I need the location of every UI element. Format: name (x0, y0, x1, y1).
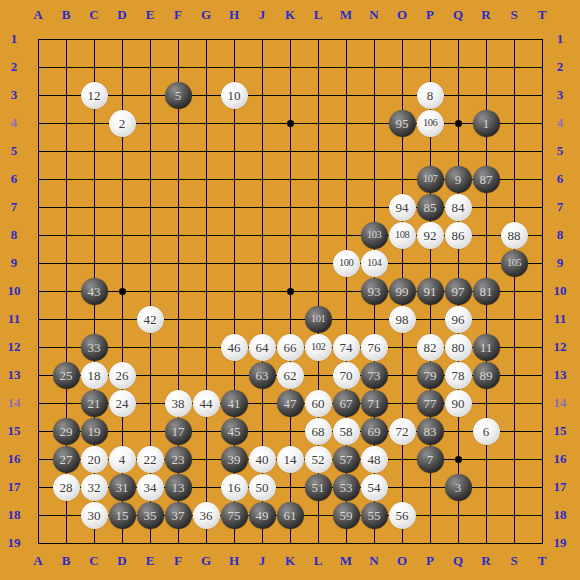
coord-label-top: F (174, 7, 182, 23)
stone-black-41[interactable]: 41 (221, 390, 248, 417)
coord-label-bottom: R (481, 553, 490, 569)
coord-label-top: R (481, 7, 490, 23)
stone-white-12[interactable]: 12 (81, 82, 108, 109)
coord-label-left: 13 (8, 367, 21, 383)
coord-label-bottom: T (538, 553, 547, 569)
move-number: 39 (228, 453, 241, 466)
stone-black-83[interactable]: 83 (417, 418, 444, 445)
move-number: 70 (340, 369, 353, 382)
coord-label-bottom: C (89, 553, 98, 569)
stone-black-13[interactable]: 13 (165, 474, 192, 501)
move-number: 2 (119, 117, 126, 130)
move-number: 32 (88, 481, 101, 494)
move-number: 34 (144, 481, 157, 494)
move-number: 51 (312, 481, 325, 494)
coord-label-bottom: L (314, 553, 323, 569)
stone-white-58[interactable]: 58 (333, 418, 360, 445)
move-number: 105 (507, 258, 521, 269)
stone-black-81[interactable]: 81 (473, 278, 500, 305)
stone-black-105[interactable]: 105 (501, 250, 528, 277)
stone-black-39[interactable]: 39 (221, 446, 248, 473)
star-point (119, 288, 126, 295)
coord-label-left: 12 (8, 339, 21, 355)
coord-label-bottom: F (174, 553, 182, 569)
coord-label-top: G (201, 7, 211, 23)
move-number: 61 (284, 509, 297, 522)
move-number: 30 (88, 509, 101, 522)
stone-black-45[interactable]: 45 (221, 418, 248, 445)
stone-white-106[interactable]: 106 (417, 110, 444, 137)
stone-white-22[interactable]: 22 (137, 446, 164, 473)
coord-label-right: 2 (557, 59, 564, 75)
move-number: 77 (424, 397, 437, 410)
coord-label-left: 9 (11, 255, 18, 271)
stone-white-60[interactable]: 60 (305, 390, 332, 417)
move-number: 62 (284, 369, 297, 382)
stone-white-54[interactable]: 54 (361, 474, 388, 501)
coord-label-top: P (426, 7, 434, 23)
move-number: 53 (340, 481, 353, 494)
move-number: 45 (228, 425, 241, 438)
move-number: 4 (119, 453, 126, 466)
coord-label-top: K (285, 7, 295, 23)
stone-white-70[interactable]: 70 (333, 362, 360, 389)
stone-white-94[interactable]: 94 (389, 194, 416, 221)
move-number: 72 (396, 425, 409, 438)
move-number: 75 (228, 509, 241, 522)
move-number: 88 (508, 229, 521, 242)
move-number: 48 (368, 453, 381, 466)
move-number: 93 (368, 285, 381, 298)
move-number: 22 (144, 453, 157, 466)
move-number: 35 (144, 509, 157, 522)
coord-label-left: 4 (11, 115, 18, 131)
stone-black-17[interactable]: 17 (165, 418, 192, 445)
stone-white-56[interactable]: 56 (389, 502, 416, 529)
move-number: 82 (424, 341, 437, 354)
stone-black-15[interactable]: 15 (109, 502, 136, 529)
stone-white-16[interactable]: 16 (221, 474, 248, 501)
move-number: 58 (340, 425, 353, 438)
stone-black-51[interactable]: 51 (305, 474, 332, 501)
move-number: 14 (284, 453, 297, 466)
move-number: 47 (284, 397, 297, 410)
coord-label-right: 17 (554, 479, 567, 495)
coord-label-bottom: Q (453, 553, 463, 569)
coord-label-top: D (117, 7, 126, 23)
stone-black-99[interactable]: 99 (389, 278, 416, 305)
coord-label-right: 13 (554, 367, 567, 383)
stone-black-95[interactable]: 95 (389, 110, 416, 137)
stone-black-49[interactable]: 49 (249, 502, 276, 529)
move-number: 108 (395, 230, 409, 241)
move-number: 50 (256, 481, 269, 494)
coord-label-bottom: D (117, 553, 126, 569)
stone-white-66[interactable]: 66 (277, 334, 304, 361)
move-number: 101 (311, 314, 325, 325)
coord-label-bottom: M (340, 553, 352, 569)
move-number: 49 (256, 509, 269, 522)
coord-label-left: 6 (11, 171, 18, 187)
stone-white-4[interactable]: 4 (109, 446, 136, 473)
stone-black-79[interactable]: 79 (417, 362, 444, 389)
move-number: 26 (116, 369, 129, 382)
stone-white-26[interactable]: 26 (109, 362, 136, 389)
stone-black-73[interactable]: 73 (361, 362, 388, 389)
move-number: 79 (424, 369, 437, 382)
go-board[interactable]: 1234567891011121314151617181920212223242… (24, 25, 556, 557)
move-number: 17 (172, 425, 185, 438)
coord-label-bottom: N (369, 553, 378, 569)
stone-black-25[interactable]: 25 (53, 362, 80, 389)
stone-black-3[interactable]: 3 (445, 474, 472, 501)
stone-black-37[interactable]: 37 (165, 502, 192, 529)
move-number: 52 (312, 453, 325, 466)
move-number: 67 (340, 397, 353, 410)
coord-label-right: 16 (554, 451, 567, 467)
coord-label-top: S (510, 7, 517, 23)
coord-label-top: E (146, 7, 155, 23)
move-number: 68 (312, 425, 325, 438)
stone-black-19[interactable]: 19 (81, 418, 108, 445)
go-kifu-diagram: 1234567891011121314151617181920212223242… (0, 0, 580, 580)
move-number: 3 (455, 481, 462, 494)
coord-label-left: 19 (8, 535, 21, 551)
coord-label-top: L (314, 7, 323, 23)
coord-label-bottom: A (33, 553, 42, 569)
stone-white-74[interactable]: 74 (333, 334, 360, 361)
move-number: 56 (396, 509, 409, 522)
move-number: 1 (483, 117, 490, 130)
coord-label-left: 18 (8, 507, 21, 523)
stone-black-103[interactable]: 103 (361, 222, 388, 249)
coord-label-bottom: K (285, 553, 295, 569)
stone-white-28[interactable]: 28 (53, 474, 80, 501)
coord-label-right: 11 (554, 311, 566, 327)
coord-label-left: 8 (11, 227, 18, 243)
move-number: 76 (368, 341, 381, 354)
coord-label-right: 18 (554, 507, 567, 523)
stone-white-82[interactable]: 82 (417, 334, 444, 361)
coord-label-left: 1 (11, 31, 18, 47)
coord-label-top: M (340, 7, 352, 23)
coord-label-top: H (229, 7, 239, 23)
move-number: 60 (312, 397, 325, 410)
move-number: 54 (368, 481, 381, 494)
stone-white-38[interactable]: 38 (165, 390, 192, 417)
stone-white-86[interactable]: 86 (445, 222, 472, 249)
stone-black-75[interactable]: 75 (221, 502, 248, 529)
coord-label-right: 8 (557, 227, 564, 243)
move-number: 46 (228, 341, 241, 354)
stone-black-11[interactable]: 11 (473, 334, 500, 361)
move-number: 27 (60, 453, 73, 466)
coord-label-left: 2 (11, 59, 18, 75)
stone-black-57[interactable]: 57 (333, 446, 360, 473)
coord-label-top: N (369, 7, 378, 23)
stone-black-63[interactable]: 63 (249, 362, 276, 389)
stone-black-5[interactable]: 5 (165, 82, 192, 109)
move-number: 28 (60, 481, 73, 494)
stone-black-53[interactable]: 53 (333, 474, 360, 501)
move-number: 23 (172, 453, 185, 466)
move-number: 73 (368, 369, 381, 382)
coord-label-left: 7 (11, 199, 18, 215)
coord-label-right: 4 (557, 115, 564, 131)
move-number: 10 (228, 89, 241, 102)
coord-label-left: 16 (8, 451, 21, 467)
star-point (287, 288, 294, 295)
coord-label-left: 3 (11, 87, 18, 103)
move-number: 95 (396, 117, 409, 130)
move-number: 91 (424, 285, 437, 298)
move-number: 92 (424, 229, 437, 242)
coord-label-left: 11 (8, 311, 20, 327)
stone-black-31[interactable]: 31 (109, 474, 136, 501)
stone-white-96[interactable]: 96 (445, 306, 472, 333)
move-number: 89 (480, 369, 493, 382)
stone-white-78[interactable]: 78 (445, 362, 472, 389)
stone-black-9[interactable]: 9 (445, 166, 472, 193)
move-number: 16 (228, 481, 241, 494)
stone-black-21[interactable]: 21 (81, 390, 108, 417)
move-number: 86 (452, 229, 465, 242)
move-number: 102 (311, 342, 325, 353)
stone-black-71[interactable]: 71 (361, 390, 388, 417)
coord-label-bottom: S (510, 553, 517, 569)
move-number: 104 (367, 258, 381, 269)
move-number: 31 (116, 481, 129, 494)
move-number: 106 (423, 118, 437, 129)
stone-black-91[interactable]: 91 (417, 278, 444, 305)
stone-white-72[interactable]: 72 (389, 418, 416, 445)
move-number: 5 (175, 89, 182, 102)
move-number: 55 (368, 509, 381, 522)
move-number: 20 (88, 453, 101, 466)
coord-label-top: J (259, 7, 266, 23)
move-number: 37 (172, 509, 185, 522)
move-number: 66 (284, 341, 297, 354)
stone-white-44[interactable]: 44 (193, 390, 220, 417)
move-number: 36 (200, 509, 213, 522)
stone-black-97[interactable]: 97 (445, 278, 472, 305)
stone-white-98[interactable]: 98 (389, 306, 416, 333)
stone-white-20[interactable]: 20 (81, 446, 108, 473)
coord-label-right: 9 (557, 255, 564, 271)
move-number: 33 (88, 341, 101, 354)
move-number: 43 (88, 285, 101, 298)
move-number: 71 (368, 397, 381, 410)
stone-black-87[interactable]: 87 (473, 166, 500, 193)
stone-black-43[interactable]: 43 (81, 278, 108, 305)
move-number: 98 (396, 313, 409, 326)
coord-label-left: 10 (8, 283, 21, 299)
coord-label-right: 15 (554, 423, 567, 439)
move-number: 6 (483, 425, 490, 438)
move-number: 59 (340, 509, 353, 522)
move-number: 11 (480, 341, 493, 354)
move-number: 63 (256, 369, 269, 382)
coord-label-right: 5 (557, 143, 564, 159)
coord-label-right: 3 (557, 87, 564, 103)
stone-white-76[interactable]: 76 (361, 334, 388, 361)
stone-white-8[interactable]: 8 (417, 82, 444, 109)
stone-black-101[interactable]: 101 (305, 306, 332, 333)
stone-black-77[interactable]: 77 (417, 390, 444, 417)
coord-label-bottom: P (426, 553, 434, 569)
stone-white-100[interactable]: 100 (333, 250, 360, 277)
move-number: 41 (228, 397, 241, 410)
move-number: 12 (88, 89, 101, 102)
move-number: 21 (88, 397, 101, 410)
stone-black-55[interactable]: 55 (361, 502, 388, 529)
coord-label-right: 19 (554, 535, 567, 551)
move-number: 81 (480, 285, 493, 298)
coord-label-top: A (33, 7, 42, 23)
stone-black-69[interactable]: 69 (361, 418, 388, 445)
coord-label-bottom: G (201, 553, 211, 569)
move-number: 97 (452, 285, 465, 298)
move-number: 74 (340, 341, 353, 354)
star-point (287, 120, 294, 127)
coord-label-top: B (62, 7, 71, 23)
move-number: 15 (116, 509, 129, 522)
move-number: 64 (256, 341, 269, 354)
move-number: 44 (200, 397, 213, 410)
stone-black-27[interactable]: 27 (53, 446, 80, 473)
stone-white-80[interactable]: 80 (445, 334, 472, 361)
stone-white-64[interactable]: 64 (249, 334, 276, 361)
move-number: 87 (480, 173, 493, 186)
coord-label-right: 6 (557, 171, 564, 187)
stone-black-85[interactable]: 85 (417, 194, 444, 221)
coord-label-top: Q (453, 7, 463, 23)
coord-label-right: 12 (554, 339, 567, 355)
move-number: 80 (452, 341, 465, 354)
stone-white-108[interactable]: 108 (389, 222, 416, 249)
stone-white-90[interactable]: 90 (445, 390, 472, 417)
stone-black-29[interactable]: 29 (53, 418, 80, 445)
stone-white-14[interactable]: 14 (277, 446, 304, 473)
stone-black-67[interactable]: 67 (333, 390, 360, 417)
move-number: 107 (423, 174, 437, 185)
move-number: 100 (339, 258, 353, 269)
stone-white-48[interactable]: 48 (361, 446, 388, 473)
stone-white-2[interactable]: 2 (109, 110, 136, 137)
stone-black-59[interactable]: 59 (333, 502, 360, 529)
stone-white-50[interactable]: 50 (249, 474, 276, 501)
stone-black-47[interactable]: 47 (277, 390, 304, 417)
move-number: 85 (424, 201, 437, 214)
move-number: 7 (427, 453, 434, 466)
move-number: 84 (452, 201, 465, 214)
stone-black-61[interactable]: 61 (277, 502, 304, 529)
stone-white-24[interactable]: 24 (109, 390, 136, 417)
coord-label-right: 7 (557, 199, 564, 215)
stone-white-52[interactable]: 52 (305, 446, 332, 473)
move-number: 83 (424, 425, 437, 438)
stone-white-32[interactable]: 32 (81, 474, 108, 501)
star-point (455, 456, 462, 463)
stone-white-36[interactable]: 36 (193, 502, 220, 529)
stone-white-88[interactable]: 88 (501, 222, 528, 249)
stone-white-62[interactable]: 62 (277, 362, 304, 389)
coord-label-right: 10 (554, 283, 567, 299)
coord-label-left: 5 (11, 143, 18, 159)
coord-label-right: 1 (557, 31, 564, 47)
stone-black-107[interactable]: 107 (417, 166, 444, 193)
stone-black-7[interactable]: 7 (417, 446, 444, 473)
star-point (455, 120, 462, 127)
coord-label-bottom: E (146, 553, 155, 569)
move-number: 57 (340, 453, 353, 466)
coord-label-bottom: B (62, 553, 71, 569)
move-number: 25 (60, 369, 73, 382)
stone-white-92[interactable]: 92 (417, 222, 444, 249)
coord-label-top: C (89, 7, 98, 23)
move-number: 9 (455, 173, 462, 186)
stone-white-42[interactable]: 42 (137, 306, 164, 333)
coord-label-top: O (397, 7, 407, 23)
move-number: 38 (172, 397, 185, 410)
stone-white-10[interactable]: 10 (221, 82, 248, 109)
stone-white-40[interactable]: 40 (249, 446, 276, 473)
move-number: 24 (116, 397, 129, 410)
stone-white-18[interactable]: 18 (81, 362, 108, 389)
stone-white-46[interactable]: 46 (221, 334, 248, 361)
move-number: 78 (452, 369, 465, 382)
move-number: 99 (396, 285, 409, 298)
move-number: 40 (256, 453, 269, 466)
move-number: 96 (452, 313, 465, 326)
stone-black-33[interactable]: 33 (81, 334, 108, 361)
stone-white-30[interactable]: 30 (81, 502, 108, 529)
stone-white-34[interactable]: 34 (137, 474, 164, 501)
stone-black-93[interactable]: 93 (361, 278, 388, 305)
move-number: 13 (172, 481, 185, 494)
coord-label-left: 14 (8, 395, 21, 411)
stone-white-84[interactable]: 84 (445, 194, 472, 221)
move-number: 94 (396, 201, 409, 214)
stone-white-104[interactable]: 104 (361, 250, 388, 277)
stone-black-89[interactable]: 89 (473, 362, 500, 389)
coord-label-left: 17 (8, 479, 21, 495)
stone-white-6[interactable]: 6 (473, 418, 500, 445)
move-number: 19 (88, 425, 101, 438)
coord-label-bottom: J (259, 553, 266, 569)
move-number: 29 (60, 425, 73, 438)
move-number: 8 (427, 89, 434, 102)
stone-black-23[interactable]: 23 (165, 446, 192, 473)
move-number: 103 (367, 230, 381, 241)
coord-label-bottom: H (229, 553, 239, 569)
stone-white-68[interactable]: 68 (305, 418, 332, 445)
move-number: 69 (368, 425, 381, 438)
move-number: 18 (88, 369, 101, 382)
coord-label-bottom: O (397, 553, 407, 569)
stone-black-1[interactable]: 1 (473, 110, 500, 137)
move-number: 90 (452, 397, 465, 410)
stone-black-35[interactable]: 35 (137, 502, 164, 529)
coord-label-top: T (538, 7, 547, 23)
coord-label-left: 15 (8, 423, 21, 439)
coord-label-right: 14 (554, 395, 567, 411)
move-number: 42 (144, 313, 157, 326)
stone-white-102[interactable]: 102 (305, 334, 332, 361)
